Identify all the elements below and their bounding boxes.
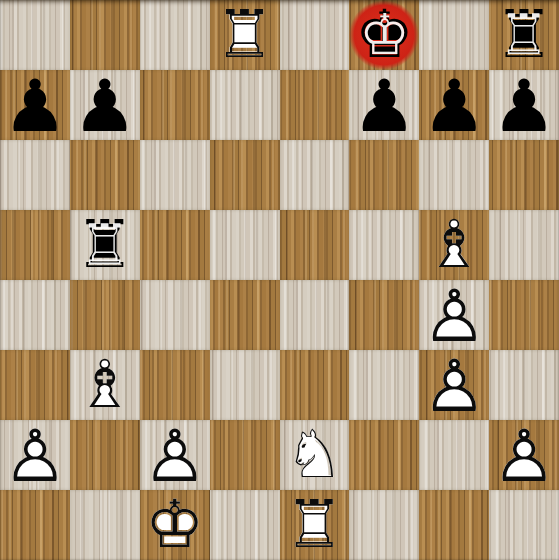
square-a3[interactable] xyxy=(0,350,70,420)
square-d6[interactable] xyxy=(210,140,280,210)
square-d5[interactable] xyxy=(210,210,280,280)
square-a4[interactable] xyxy=(0,280,70,350)
piece-glyph: ♟︎ xyxy=(352,70,417,142)
square-g7[interactable]: ♟︎♙︎ xyxy=(419,70,489,140)
square-e4[interactable] xyxy=(280,280,350,350)
square-c2[interactable]: ♟︎♙︎ xyxy=(140,420,210,490)
square-h8[interactable]: ♜︎♖︎ xyxy=(489,0,559,70)
black-pawn-icon[interactable]: ♟︎♙︎ xyxy=(70,70,140,140)
square-a7[interactable]: ♟︎♙︎ xyxy=(0,70,70,140)
square-c3[interactable] xyxy=(140,350,210,420)
square-h7[interactable]: ♟︎♙︎ xyxy=(489,70,559,140)
square-b6[interactable] xyxy=(70,140,140,210)
square-b4[interactable] xyxy=(70,280,140,350)
square-f6[interactable] xyxy=(349,140,419,210)
square-c4[interactable] xyxy=(140,280,210,350)
white-rook-icon[interactable]: ♜︎♖︎ xyxy=(280,490,350,560)
white-bishop-icon[interactable]: ♝︎♗︎ xyxy=(419,210,489,280)
square-c8[interactable] xyxy=(140,0,210,70)
square-d3[interactable] xyxy=(210,350,280,420)
white-pawn-icon[interactable]: ♟︎♙︎ xyxy=(419,350,489,420)
square-g4[interactable]: ♟︎♙︎ xyxy=(419,280,489,350)
piece-outline-glyph: ♖︎ xyxy=(215,2,274,68)
white-bishop-icon[interactable]: ♝︎♗︎ xyxy=(70,350,140,420)
black-pawn-icon[interactable]: ♟︎♙︎ xyxy=(489,70,559,140)
square-f7[interactable]: ♟︎♙︎ xyxy=(349,70,419,140)
square-c7[interactable] xyxy=(140,70,210,140)
black-pawn-icon[interactable]: ♟︎♙︎ xyxy=(0,70,70,140)
square-h2[interactable]: ♟︎♙︎ xyxy=(489,420,559,490)
square-h1[interactable] xyxy=(489,490,559,560)
square-b8[interactable] xyxy=(70,0,140,70)
square-h5[interactable] xyxy=(489,210,559,280)
square-f1[interactable] xyxy=(349,490,419,560)
square-a6[interactable] xyxy=(0,140,70,210)
piece-detail-glyph: ♖︎ xyxy=(80,217,130,273)
square-c1[interactable]: ♚︎♔︎ xyxy=(140,490,210,560)
square-a8[interactable] xyxy=(0,0,70,70)
white-knight-icon[interactable]: ♞︎♘︎ xyxy=(280,420,350,490)
square-g2[interactable] xyxy=(419,420,489,490)
square-h3[interactable] xyxy=(489,350,559,420)
piece-glyph: ♟︎ xyxy=(3,70,68,142)
piece-outline-glyph: ♙︎ xyxy=(3,420,68,492)
square-a2[interactable]: ♟︎♙︎ xyxy=(0,420,70,490)
square-d1[interactable] xyxy=(210,490,280,560)
chess-board: ♜︎♖︎♚︎♔︎♜︎♖︎♟︎♙︎♟︎♙︎♟︎♙︎♟︎♙︎♟︎♙︎♜︎♖︎♝︎♗︎… xyxy=(0,0,559,560)
square-b1[interactable] xyxy=(70,490,140,560)
square-a5[interactable] xyxy=(0,210,70,280)
square-a1[interactable] xyxy=(0,490,70,560)
white-king-icon[interactable]: ♚︎♔︎ xyxy=(140,490,210,560)
piece-outline-glyph: ♙︎ xyxy=(422,280,487,352)
square-e1[interactable]: ♜︎♖︎ xyxy=(280,490,350,560)
square-f3[interactable] xyxy=(349,350,419,420)
black-king-icon[interactable]: ♚︎♔︎ xyxy=(349,0,419,70)
square-d4[interactable] xyxy=(210,280,280,350)
square-d7[interactable] xyxy=(210,70,280,140)
square-e5[interactable] xyxy=(280,210,350,280)
piece-outline-glyph: ♖︎ xyxy=(285,492,344,558)
piece-detail-glyph: ♔︎ xyxy=(359,7,409,63)
square-b7[interactable]: ♟︎♙︎ xyxy=(70,70,140,140)
square-h4[interactable] xyxy=(489,280,559,350)
square-e6[interactable] xyxy=(280,140,350,210)
square-d8[interactable]: ♜︎♖︎ xyxy=(210,0,280,70)
black-rook-icon[interactable]: ♜︎♖︎ xyxy=(70,210,140,280)
square-c5[interactable] xyxy=(140,210,210,280)
black-rook-icon[interactable]: ♜︎♖︎ xyxy=(489,0,559,70)
white-rook-icon[interactable]: ♜︎♖︎ xyxy=(210,0,280,70)
square-b2[interactable] xyxy=(70,420,140,490)
black-pawn-icon[interactable]: ♟︎♙︎ xyxy=(419,70,489,140)
square-c6[interactable] xyxy=(140,140,210,210)
white-pawn-icon[interactable]: ♟︎♙︎ xyxy=(419,280,489,350)
square-f2[interactable] xyxy=(349,420,419,490)
square-g6[interactable] xyxy=(419,140,489,210)
square-g3[interactable]: ♟︎♙︎ xyxy=(419,350,489,420)
piece-outline-glyph: ♗︎ xyxy=(75,352,134,418)
square-e2[interactable]: ♞︎♘︎ xyxy=(280,420,350,490)
square-d2[interactable] xyxy=(210,420,280,490)
square-h6[interactable] xyxy=(489,140,559,210)
square-e7[interactable] xyxy=(280,70,350,140)
piece-outline-glyph: ♙︎ xyxy=(492,420,557,492)
square-f4[interactable] xyxy=(349,280,419,350)
piece-glyph: ♟︎ xyxy=(422,70,487,142)
piece-outline-glyph: ♙︎ xyxy=(142,420,207,492)
square-f5[interactable] xyxy=(349,210,419,280)
white-pawn-icon[interactable]: ♟︎♙︎ xyxy=(489,420,559,490)
piece-outline-glyph: ♘︎ xyxy=(285,422,344,488)
square-b3[interactable]: ♝︎♗︎ xyxy=(70,350,140,420)
square-e8[interactable] xyxy=(280,0,350,70)
square-b5[interactable]: ♜︎♖︎ xyxy=(70,210,140,280)
white-pawn-icon[interactable]: ♟︎♙︎ xyxy=(0,420,70,490)
piece-detail-glyph: ♖︎ xyxy=(499,7,549,63)
square-e3[interactable] xyxy=(280,350,350,420)
black-pawn-icon[interactable]: ♟︎♙︎ xyxy=(349,70,419,140)
square-f8[interactable]: ♚︎♔︎ xyxy=(349,0,419,70)
square-g8[interactable] xyxy=(419,0,489,70)
white-pawn-icon[interactable]: ♟︎♙︎ xyxy=(140,420,210,490)
piece-outline-glyph: ♙︎ xyxy=(422,350,487,422)
piece-outline-glyph: ♗︎ xyxy=(425,212,484,278)
square-g5[interactable]: ♝︎♗︎ xyxy=(419,210,489,280)
square-g1[interactable] xyxy=(419,490,489,560)
piece-outline-glyph: ♔︎ xyxy=(145,492,204,558)
piece-glyph: ♟︎ xyxy=(73,70,138,142)
piece-glyph: ♟︎ xyxy=(492,70,557,142)
